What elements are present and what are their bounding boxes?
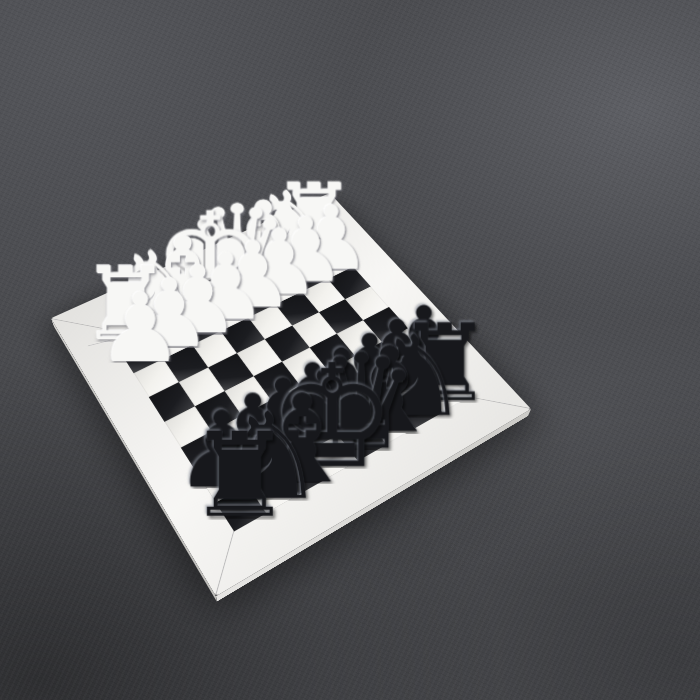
- square-h8: ♜: [216, 485, 267, 532]
- scene: ♜♞♝♛♚♝♞♜♟♟♟♟♟♟♟♟♟♟♟♟♟♟♟♟♜♞♝♛♚♝♞♜: [0, 0, 700, 700]
- square-h2: ♟: [119, 336, 163, 373]
- frame-miter-seam: [469, 396, 532, 409]
